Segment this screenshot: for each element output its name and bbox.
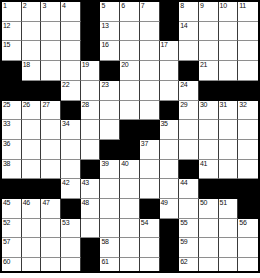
white-cell[interactable] xyxy=(61,41,81,61)
white-cell[interactable]: 4 xyxy=(61,2,81,22)
white-cell[interactable] xyxy=(100,179,120,199)
white-cell[interactable] xyxy=(179,140,199,160)
white-cell[interactable] xyxy=(140,81,160,101)
clue-number: 23 xyxy=(101,81,108,89)
white-cell[interactable] xyxy=(160,81,180,101)
white-cell[interactable] xyxy=(61,160,81,180)
clue-number: 11 xyxy=(239,2,246,10)
white-cell[interactable] xyxy=(219,160,239,180)
white-cell[interactable]: 59 xyxy=(179,238,199,258)
clue-number: 27 xyxy=(42,101,49,109)
clue-number: 19 xyxy=(82,61,89,69)
white-cell[interactable] xyxy=(219,140,239,160)
clue-number: 18 xyxy=(23,61,30,69)
white-cell[interactable] xyxy=(41,160,61,180)
clue-number: 32 xyxy=(239,101,246,109)
white-cell[interactable] xyxy=(238,160,258,180)
white-cell[interactable] xyxy=(179,41,199,61)
white-cell[interactable]: 26 xyxy=(22,101,42,121)
black-cell xyxy=(140,120,160,140)
white-cell[interactable] xyxy=(219,22,239,42)
white-cell[interactable]: 16 xyxy=(100,41,120,61)
black-cell xyxy=(2,81,22,101)
white-cell[interactable]: 11 xyxy=(238,2,258,22)
white-cell[interactable]: 30 xyxy=(199,101,219,121)
white-cell[interactable]: 3 xyxy=(41,2,61,22)
clue-number: 8 xyxy=(180,2,184,10)
white-cell[interactable]: 40 xyxy=(120,160,140,180)
clue-number: 22 xyxy=(62,81,69,89)
clue-number: 42 xyxy=(62,179,69,187)
clue-number: 54 xyxy=(141,219,148,227)
black-cell xyxy=(61,101,81,121)
white-cell[interactable] xyxy=(41,61,61,81)
white-cell[interactable] xyxy=(41,258,61,271)
white-cell[interactable] xyxy=(61,61,81,81)
white-cell[interactable] xyxy=(160,140,180,160)
white-cell[interactable] xyxy=(140,238,160,258)
white-cell[interactable] xyxy=(140,22,160,42)
white-cell[interactable] xyxy=(199,41,219,61)
clue-number: 5 xyxy=(101,2,105,10)
white-cell[interactable]: 47 xyxy=(41,199,61,219)
white-cell[interactable] xyxy=(199,22,219,42)
white-cell[interactable]: 6 xyxy=(120,2,140,22)
clue-number: 44 xyxy=(180,179,187,187)
white-cell[interactable]: 36 xyxy=(2,140,22,160)
black-cell xyxy=(160,219,180,239)
white-cell[interactable] xyxy=(160,61,180,81)
white-cell[interactable] xyxy=(61,258,81,271)
clue-number: 52 xyxy=(3,219,10,227)
black-cell xyxy=(100,140,120,160)
white-cell[interactable]: 31 xyxy=(219,101,239,121)
black-cell xyxy=(41,179,61,199)
white-cell[interactable] xyxy=(238,238,258,258)
clue-number: 20 xyxy=(121,61,128,69)
white-cell[interactable] xyxy=(120,81,140,101)
clue-number: 49 xyxy=(161,199,168,207)
black-cell xyxy=(199,179,219,199)
white-cell[interactable]: 52 xyxy=(2,219,22,239)
clue-number: 43 xyxy=(82,179,89,187)
white-cell[interactable]: 58 xyxy=(100,238,120,258)
white-cell[interactable] xyxy=(179,120,199,140)
white-cell[interactable]: 51 xyxy=(219,199,239,219)
clue-number: 33 xyxy=(3,120,10,128)
clue-number: 12 xyxy=(3,22,10,30)
white-cell[interactable] xyxy=(22,219,42,239)
clue-number: 2 xyxy=(23,2,27,10)
white-cell[interactable]: 10 xyxy=(219,2,239,22)
black-cell xyxy=(238,81,258,101)
clue-number: 39 xyxy=(101,160,108,168)
white-cell[interactable]: 22 xyxy=(61,81,81,101)
clue-number: 16 xyxy=(101,41,108,49)
clue-number: 28 xyxy=(82,101,89,109)
white-cell[interactable]: 12 xyxy=(2,22,22,42)
clue-number: 58 xyxy=(101,238,108,246)
black-cell xyxy=(140,199,160,219)
white-cell[interactable] xyxy=(160,179,180,199)
white-cell[interactable] xyxy=(140,179,160,199)
white-cell[interactable] xyxy=(199,140,219,160)
black-cell xyxy=(160,238,180,258)
white-cell[interactable]: 14 xyxy=(179,22,199,42)
white-cell[interactable] xyxy=(238,120,258,140)
clue-number: 24 xyxy=(180,81,187,89)
white-cell[interactable]: 62 xyxy=(179,258,199,271)
white-cell[interactable]: 56 xyxy=(238,219,258,239)
clue-number: 29 xyxy=(180,101,187,109)
white-cell[interactable]: 43 xyxy=(81,179,101,199)
white-cell[interactable] xyxy=(120,199,140,219)
white-cell[interactable] xyxy=(238,140,258,160)
white-cell[interactable]: 18 xyxy=(22,61,42,81)
clue-number: 38 xyxy=(3,160,10,168)
black-cell xyxy=(81,41,101,61)
clue-number: 30 xyxy=(200,101,207,109)
white-cell[interactable] xyxy=(199,258,219,271)
white-cell[interactable]: 28 xyxy=(81,101,101,121)
black-cell xyxy=(100,61,120,81)
white-cell[interactable]: 8 xyxy=(179,2,199,22)
white-cell[interactable] xyxy=(140,61,160,81)
clue-number: 26 xyxy=(23,101,30,109)
black-cell xyxy=(160,2,180,22)
clue-number: 40 xyxy=(121,160,128,168)
white-cell[interactable]: 48 xyxy=(81,199,101,219)
clue-number: 6 xyxy=(121,2,125,10)
white-cell[interactable] xyxy=(238,22,258,42)
white-cell[interactable] xyxy=(120,179,140,199)
black-cell xyxy=(160,22,180,42)
clue-number: 37 xyxy=(141,140,148,148)
black-cell xyxy=(81,2,101,22)
white-cell[interactable] xyxy=(22,238,42,258)
white-cell[interactable]: 33 xyxy=(2,120,22,140)
white-cell[interactable]: 50 xyxy=(199,199,219,219)
white-cell[interactable] xyxy=(100,120,120,140)
white-cell[interactable] xyxy=(100,199,120,219)
clue-number: 4 xyxy=(62,2,66,10)
white-cell[interactable] xyxy=(140,160,160,180)
clue-number: 14 xyxy=(180,22,187,30)
white-cell[interactable] xyxy=(219,41,239,61)
clue-number: 31 xyxy=(220,101,227,109)
white-cell[interactable] xyxy=(81,120,101,140)
clue-number: 41 xyxy=(200,160,207,168)
white-cell[interactable]: 54 xyxy=(140,219,160,239)
clue-number: 15 xyxy=(3,41,10,49)
white-cell[interactable] xyxy=(41,41,61,61)
white-cell[interactable] xyxy=(140,258,160,271)
white-cell[interactable] xyxy=(199,219,219,239)
clue-number: 21 xyxy=(200,61,207,69)
black-cell xyxy=(22,179,42,199)
white-cell[interactable]: 25 xyxy=(2,101,22,121)
black-cell xyxy=(81,160,101,180)
white-cell[interactable]: 38 xyxy=(2,160,22,180)
white-cell[interactable]: 55 xyxy=(179,219,199,239)
white-cell[interactable]: 23 xyxy=(100,81,120,101)
white-cell[interactable]: 17 xyxy=(160,41,180,61)
white-cell[interactable] xyxy=(22,140,42,160)
white-cell[interactable]: 57 xyxy=(2,238,22,258)
white-cell[interactable] xyxy=(219,61,239,81)
clue-number: 53 xyxy=(62,219,69,227)
white-cell[interactable] xyxy=(22,258,42,271)
white-cell[interactable]: 19 xyxy=(81,61,101,81)
black-cell xyxy=(81,238,101,258)
white-cell[interactable] xyxy=(41,140,61,160)
white-cell[interactable]: 7 xyxy=(140,2,160,22)
white-cell[interactable]: 41 xyxy=(199,160,219,180)
white-cell[interactable]: 27 xyxy=(41,101,61,121)
white-cell[interactable] xyxy=(41,219,61,239)
clue-number: 34 xyxy=(62,120,69,128)
clue-number: 48 xyxy=(82,199,89,207)
white-cell[interactable] xyxy=(140,41,160,61)
white-cell[interactable]: 53 xyxy=(61,219,81,239)
white-cell[interactable]: 45 xyxy=(2,199,22,219)
white-cell[interactable]: 39 xyxy=(100,160,120,180)
crossword-page: 1234567891011121314151617181920212223242… xyxy=(0,0,260,278)
white-cell[interactable]: 61 xyxy=(100,258,120,271)
white-cell[interactable] xyxy=(219,120,239,140)
white-cell[interactable] xyxy=(140,101,160,121)
white-cell[interactable] xyxy=(81,81,101,101)
white-cell[interactable]: 46 xyxy=(22,199,42,219)
white-cell[interactable] xyxy=(81,219,101,239)
clue-number: 57 xyxy=(3,238,10,246)
black-cell xyxy=(120,140,140,160)
white-cell[interactable]: 5 xyxy=(100,2,120,22)
white-cell[interactable] xyxy=(120,258,140,271)
white-cell[interactable] xyxy=(41,120,61,140)
white-cell[interactable]: 9 xyxy=(199,2,219,22)
white-cell[interactable]: 37 xyxy=(140,140,160,160)
black-cell xyxy=(61,199,81,219)
white-cell[interactable]: 35 xyxy=(160,120,180,140)
black-cell xyxy=(160,258,180,271)
white-cell[interactable] xyxy=(100,219,120,239)
white-cell[interactable] xyxy=(160,160,180,180)
clue-number: 9 xyxy=(200,2,204,10)
clue-number: 50 xyxy=(200,199,207,207)
white-cell[interactable] xyxy=(22,22,42,42)
white-cell[interactable] xyxy=(41,22,61,42)
clue-number: 17 xyxy=(161,41,168,49)
black-cell xyxy=(81,22,101,42)
white-cell[interactable] xyxy=(199,120,219,140)
white-cell[interactable]: 42 xyxy=(61,179,81,199)
white-cell[interactable] xyxy=(219,219,239,239)
clue-number: 7 xyxy=(141,2,145,10)
white-cell[interactable] xyxy=(219,258,239,271)
white-cell[interactable] xyxy=(100,101,120,121)
white-cell[interactable]: 2 xyxy=(22,2,42,22)
white-cell[interactable]: 20 xyxy=(120,61,140,81)
black-cell xyxy=(120,120,140,140)
clue-number: 62 xyxy=(180,258,187,266)
white-cell[interactable]: 1 xyxy=(2,2,22,22)
black-cell xyxy=(219,81,239,101)
white-cell[interactable]: 60 xyxy=(2,258,22,271)
white-cell[interactable] xyxy=(120,22,140,42)
white-cell[interactable] xyxy=(238,41,258,61)
white-cell[interactable] xyxy=(219,238,239,258)
white-cell[interactable] xyxy=(120,41,140,61)
clue-number: 56 xyxy=(239,219,246,227)
clue-number: 1 xyxy=(3,2,7,10)
black-cell xyxy=(160,101,180,121)
clue-number: 10 xyxy=(220,2,227,10)
white-cell[interactable]: 15 xyxy=(2,41,22,61)
white-cell[interactable] xyxy=(120,219,140,239)
clue-number: 35 xyxy=(161,120,168,128)
clue-number: 46 xyxy=(23,199,30,207)
clue-number: 55 xyxy=(180,219,187,227)
clue-number: 45 xyxy=(3,199,10,207)
black-cell xyxy=(41,81,61,101)
white-cell[interactable] xyxy=(61,238,81,258)
clue-number: 51 xyxy=(220,199,227,207)
white-cell[interactable] xyxy=(61,22,81,42)
white-cell[interactable] xyxy=(81,140,101,160)
clue-number: 25 xyxy=(3,101,10,109)
black-cell xyxy=(238,199,258,219)
black-cell xyxy=(179,61,199,81)
white-cell[interactable]: 34 xyxy=(61,120,81,140)
white-cell[interactable] xyxy=(41,238,61,258)
white-cell[interactable] xyxy=(22,41,42,61)
white-cell[interactable]: 44 xyxy=(179,179,199,199)
white-cell[interactable] xyxy=(179,199,199,219)
black-cell xyxy=(219,179,239,199)
black-cell xyxy=(179,160,199,180)
white-cell[interactable]: 29 xyxy=(179,101,199,121)
black-cell xyxy=(199,81,219,101)
white-cell[interactable] xyxy=(199,238,219,258)
clue-number: 13 xyxy=(101,22,108,30)
black-cell xyxy=(22,81,42,101)
white-cell[interactable]: 49 xyxy=(160,199,180,219)
black-cell xyxy=(2,61,22,81)
white-cell[interactable] xyxy=(22,160,42,180)
white-cell[interactable] xyxy=(120,238,140,258)
clue-number: 3 xyxy=(42,2,46,10)
crossword-board: 1234567891011121314151617181920212223242… xyxy=(0,0,260,273)
white-cell[interactable] xyxy=(120,101,140,121)
white-cell[interactable]: 24 xyxy=(179,81,199,101)
white-cell[interactable] xyxy=(238,61,258,81)
white-cell[interactable] xyxy=(22,120,42,140)
white-cell[interactable]: 32 xyxy=(238,101,258,121)
white-cell[interactable]: 21 xyxy=(199,61,219,81)
black-cell xyxy=(81,258,101,271)
black-cell xyxy=(2,179,22,199)
clue-number: 60 xyxy=(3,258,10,266)
clue-number: 59 xyxy=(180,238,187,246)
white-cell[interactable]: 13 xyxy=(100,22,120,42)
black-cell xyxy=(238,179,258,199)
white-cell[interactable] xyxy=(61,140,81,160)
clue-number: 61 xyxy=(101,258,108,266)
clue-number: 36 xyxy=(3,140,10,148)
white-cell[interactable] xyxy=(238,258,258,271)
clue-number: 47 xyxy=(42,199,49,207)
